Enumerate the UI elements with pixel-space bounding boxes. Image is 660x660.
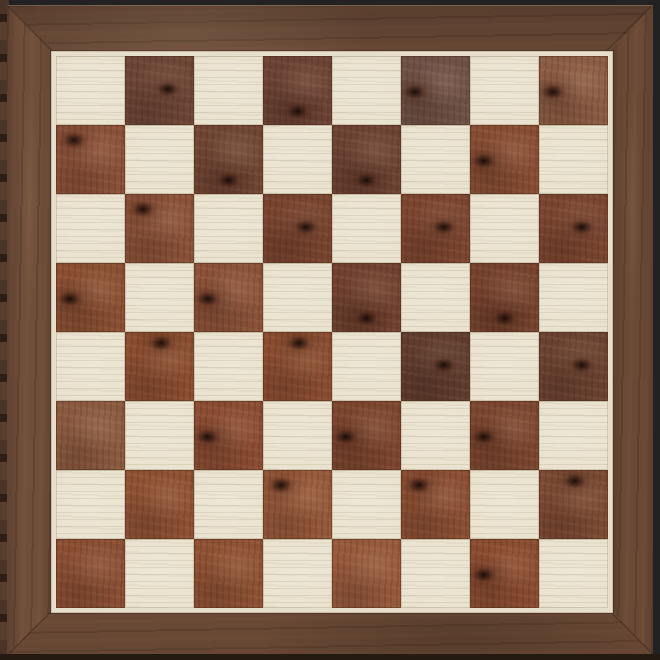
square-e1[interactable] (332, 539, 401, 608)
square-g1[interactable] (470, 539, 539, 608)
square-g6[interactable] (470, 194, 539, 263)
square-h8[interactable] (539, 56, 608, 125)
square-b4[interactable] (125, 332, 194, 401)
square-b6[interactable] (125, 194, 194, 263)
square-f6[interactable] (401, 194, 470, 263)
square-f8[interactable] (401, 56, 470, 125)
square-h6[interactable] (539, 194, 608, 263)
square-h7[interactable] (539, 125, 608, 194)
square-a4[interactable] (56, 332, 125, 401)
board-bottom-shadow-edge (0, 654, 660, 660)
board-photo (0, 0, 660, 660)
square-a8[interactable] (56, 56, 125, 125)
square-c2[interactable] (194, 470, 263, 539)
square-h5[interactable] (539, 263, 608, 332)
square-c1[interactable] (194, 539, 263, 608)
square-a1[interactable] (56, 539, 125, 608)
square-a3[interactable] (56, 401, 125, 470)
chess-board (56, 56, 608, 608)
square-e6[interactable] (332, 194, 401, 263)
square-b3[interactable] (125, 401, 194, 470)
square-d8[interactable] (263, 56, 332, 125)
square-d3[interactable] (263, 401, 332, 470)
square-g8[interactable] (470, 56, 539, 125)
square-f5[interactable] (401, 263, 470, 332)
square-h1[interactable] (539, 539, 608, 608)
square-f3[interactable] (401, 401, 470, 470)
square-e5[interactable] (332, 263, 401, 332)
square-c6[interactable] (194, 194, 263, 263)
square-e3[interactable] (332, 401, 401, 470)
square-e4[interactable] (332, 332, 401, 401)
square-f4[interactable] (401, 332, 470, 401)
square-d5[interactable] (263, 263, 332, 332)
square-a5[interactable] (56, 263, 125, 332)
square-h4[interactable] (539, 332, 608, 401)
square-h2[interactable] (539, 470, 608, 539)
square-a7[interactable] (56, 125, 125, 194)
square-d2[interactable] (263, 470, 332, 539)
square-f7[interactable] (401, 125, 470, 194)
square-f2[interactable] (401, 470, 470, 539)
square-c8[interactable] (194, 56, 263, 125)
square-b2[interactable] (125, 470, 194, 539)
square-a6[interactable] (56, 194, 125, 263)
square-g5[interactable] (470, 263, 539, 332)
square-e8[interactable] (332, 56, 401, 125)
square-e7[interactable] (332, 125, 401, 194)
square-g7[interactable] (470, 125, 539, 194)
square-f1[interactable] (401, 539, 470, 608)
board-frame-left-piece (7, 5, 52, 655)
square-a2[interactable] (56, 470, 125, 539)
square-d4[interactable] (263, 332, 332, 401)
square-h3[interactable] (539, 401, 608, 470)
square-g2[interactable] (470, 470, 539, 539)
square-g4[interactable] (470, 332, 539, 401)
square-b1[interactable] (125, 539, 194, 608)
maple-inlay-border (51, 51, 613, 613)
square-b8[interactable] (125, 56, 194, 125)
square-c7[interactable] (194, 125, 263, 194)
square-e2[interactable] (332, 470, 401, 539)
square-b7[interactable] (125, 125, 194, 194)
square-c3[interactable] (194, 401, 263, 470)
square-b5[interactable] (125, 263, 194, 332)
square-g3[interactable] (470, 401, 539, 470)
square-d7[interactable] (263, 125, 332, 194)
square-c5[interactable] (194, 263, 263, 332)
square-c4[interactable] (194, 332, 263, 401)
square-d1[interactable] (263, 539, 332, 608)
board-frame-right-piece (611, 5, 653, 655)
square-d6[interactable] (263, 194, 332, 263)
